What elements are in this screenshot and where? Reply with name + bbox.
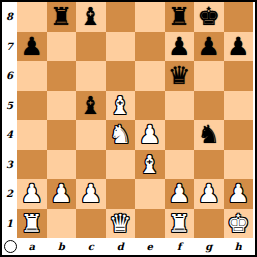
square-a3[interactable] <box>17 150 47 180</box>
rank-label-7: 7 <box>2 32 17 62</box>
black-queen: ♛ <box>168 61 190 91</box>
square-b5[interactable] <box>47 91 77 121</box>
square-b3[interactable] <box>47 150 77 180</box>
square-g2[interactable]: ♟ <box>194 179 224 209</box>
square-g3[interactable] <box>194 150 224 180</box>
black-pawn: ♟ <box>168 32 190 62</box>
black-bishop: ♝ <box>80 2 102 32</box>
square-e2[interactable] <box>135 179 165 209</box>
white-bishop: ♝ <box>139 150 161 180</box>
file-label-a: a <box>17 238 47 254</box>
square-f5[interactable] <box>165 91 195 121</box>
white-king: ♚ <box>227 209 249 239</box>
white-rook: ♜ <box>21 209 43 239</box>
file-label-c: c <box>76 238 106 254</box>
square-a6[interactable] <box>17 61 47 91</box>
square-b8[interactable]: ♜ <box>47 2 77 32</box>
white-pawn: ♟ <box>168 179 190 209</box>
square-d6[interactable] <box>106 61 136 91</box>
square-h1[interactable]: ♚ <box>224 209 254 239</box>
square-h4[interactable] <box>224 120 254 150</box>
square-c4[interactable] <box>76 120 106 150</box>
square-f3[interactable] <box>165 150 195 180</box>
file-label-h: h <box>224 238 254 254</box>
black-rook: ♜ <box>168 2 190 32</box>
square-b7[interactable] <box>47 32 77 62</box>
square-g4[interactable]: ♞ <box>194 120 224 150</box>
square-a2[interactable]: ♟ <box>17 179 47 209</box>
rank-labels: 87654321 <box>2 2 17 238</box>
white-pawn: ♟ <box>198 179 220 209</box>
square-c6[interactable] <box>76 61 106 91</box>
black-pawn: ♟ <box>21 32 43 62</box>
square-h5[interactable] <box>224 91 254 121</box>
black-knight: ♞ <box>198 120 220 150</box>
square-d2[interactable] <box>106 179 136 209</box>
square-b6[interactable] <box>47 61 77 91</box>
square-c1[interactable] <box>76 209 106 239</box>
white-bishop: ♝ <box>109 91 131 121</box>
file-label-g: g <box>194 238 224 254</box>
square-b4[interactable] <box>47 120 77 150</box>
square-e3[interactable]: ♝ <box>135 150 165 180</box>
square-h7[interactable]: ♟ <box>224 32 254 62</box>
square-e7[interactable] <box>135 32 165 62</box>
square-c8[interactable]: ♝ <box>76 2 106 32</box>
square-a5[interactable] <box>17 91 47 121</box>
white-pawn: ♟ <box>139 120 161 150</box>
white-pawn: ♟ <box>50 179 72 209</box>
square-b2[interactable]: ♟ <box>47 179 77 209</box>
rank-label-5: 5 <box>2 91 17 121</box>
square-e4[interactable]: ♟ <box>135 120 165 150</box>
square-f6[interactable]: ♛ <box>165 61 195 91</box>
square-d5[interactable]: ♝ <box>106 91 136 121</box>
rank-label-1: 1 <box>2 209 17 239</box>
square-g7[interactable]: ♟ <box>194 32 224 62</box>
rank-label-4: 4 <box>2 120 17 150</box>
chess-board: ♜♝♜♚♟♟♟♟♛♝♝♞♟♞♝♟♟♟♟♟♟♜♛♜♚ <box>17 2 253 238</box>
file-label-e: e <box>135 238 165 254</box>
square-h6[interactable] <box>224 61 254 91</box>
square-a7[interactable]: ♟ <box>17 32 47 62</box>
black-bishop: ♝ <box>80 91 102 121</box>
file-label-b: b <box>47 238 77 254</box>
rank-label-3: 3 <box>2 150 17 180</box>
white-pawn: ♟ <box>80 179 102 209</box>
square-f4[interactable] <box>165 120 195 150</box>
white-pawn: ♟ <box>227 179 249 209</box>
rank-label-6: 6 <box>2 61 17 91</box>
square-d3[interactable] <box>106 150 136 180</box>
square-a4[interactable] <box>17 120 47 150</box>
square-b1[interactable] <box>47 209 77 239</box>
white-knight: ♞ <box>109 120 131 150</box>
white-queen: ♛ <box>109 209 131 239</box>
square-g5[interactable] <box>194 91 224 121</box>
rank-label-2: 2 <box>2 179 17 209</box>
square-d8[interactable] <box>106 2 136 32</box>
white-to-move-indicator <box>4 240 17 253</box>
square-c7[interactable] <box>76 32 106 62</box>
black-pawn: ♟ <box>227 32 249 62</box>
square-c2[interactable]: ♟ <box>76 179 106 209</box>
black-pawn: ♟ <box>198 32 220 62</box>
square-e8[interactable] <box>135 2 165 32</box>
square-f7[interactable]: ♟ <box>165 32 195 62</box>
file-labels: abcdefgh <box>17 238 253 254</box>
white-pawn: ♟ <box>21 179 43 209</box>
square-g8[interactable]: ♚ <box>194 2 224 32</box>
square-a1[interactable]: ♜ <box>17 209 47 239</box>
square-d1[interactable]: ♛ <box>106 209 136 239</box>
rank-label-8: 8 <box>2 2 17 32</box>
square-g1[interactable] <box>194 209 224 239</box>
square-h8[interactable] <box>224 2 254 32</box>
square-h3[interactable] <box>224 150 254 180</box>
square-c3[interactable] <box>76 150 106 180</box>
black-rook: ♜ <box>50 2 72 32</box>
file-label-f: f <box>165 238 195 254</box>
square-e5[interactable] <box>135 91 165 121</box>
square-d7[interactable] <box>106 32 136 62</box>
black-king: ♚ <box>198 2 220 32</box>
square-c5[interactable]: ♝ <box>76 91 106 121</box>
square-h2[interactable]: ♟ <box>224 179 254 209</box>
square-e6[interactable] <box>135 61 165 91</box>
white-rook: ♜ <box>168 209 190 239</box>
square-e1[interactable] <box>135 209 165 239</box>
square-d4[interactable]: ♞ <box>106 120 136 150</box>
square-g6[interactable] <box>194 61 224 91</box>
square-f2[interactable]: ♟ <box>165 179 195 209</box>
square-f8[interactable]: ♜ <box>165 2 195 32</box>
file-label-d: d <box>106 238 136 254</box>
chess-diagram: ♜♝♜♚♟♟♟♟♛♝♝♞♟♞♝♟♟♟♟♟♟♜♛♜♚ 87654321 abcde… <box>0 0 257 257</box>
square-a8[interactable] <box>17 2 47 32</box>
square-f1[interactable]: ♜ <box>165 209 195 239</box>
